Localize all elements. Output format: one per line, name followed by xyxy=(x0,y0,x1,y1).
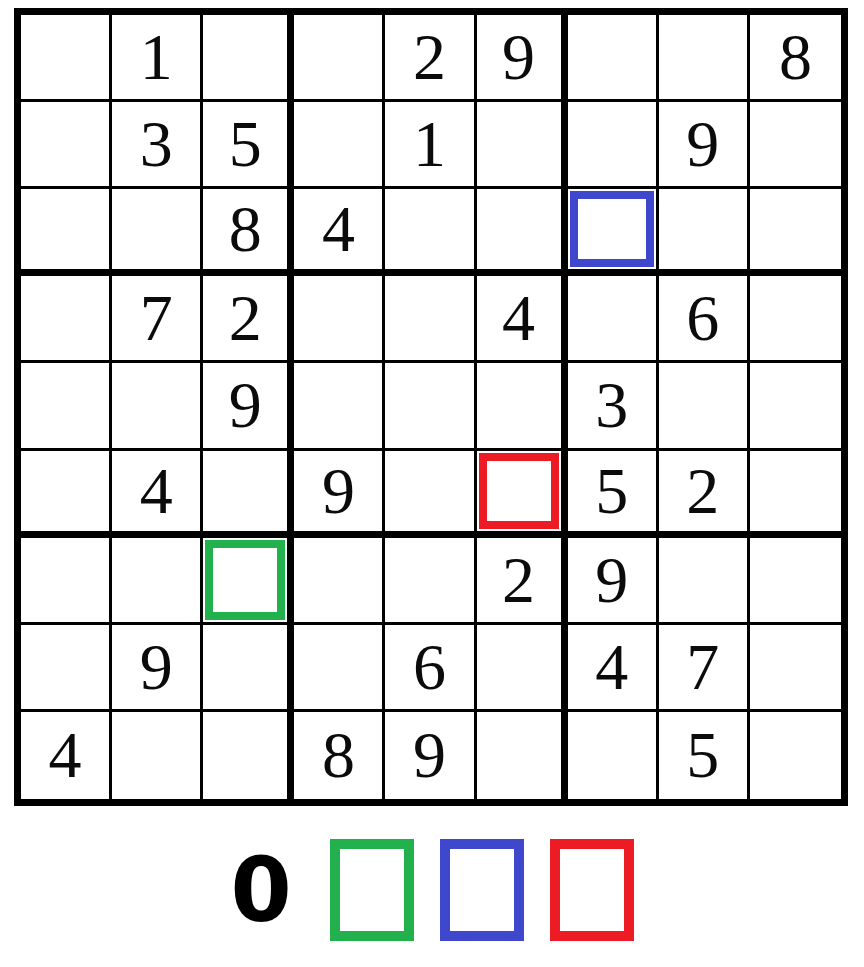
cell-r9c2[interactable] xyxy=(112,712,203,799)
cell-r8c6[interactable] xyxy=(477,625,568,712)
cell-r8c2: 9 xyxy=(112,625,203,712)
cell-r4c5[interactable] xyxy=(385,276,476,363)
cell-r8c5: 6 xyxy=(385,625,476,712)
cell-r7c8[interactable] xyxy=(659,538,750,625)
cell-r2c7[interactable] xyxy=(568,102,659,189)
cell-r5c4[interactable] xyxy=(294,363,385,450)
cell-r5c5[interactable] xyxy=(385,363,476,450)
counter-value: 0 xyxy=(230,845,291,935)
cell-r1c5: 2 xyxy=(385,15,476,102)
cell-r3c5[interactable] xyxy=(385,189,476,276)
cell-r9c8: 5 xyxy=(659,712,750,799)
cell-r7c9[interactable] xyxy=(750,538,841,625)
cell-r2c8: 9 xyxy=(659,102,750,189)
cell-r4c9[interactable] xyxy=(750,276,841,363)
cell-r9c6[interactable] xyxy=(477,712,568,799)
cell-r6c6[interactable] xyxy=(477,451,568,538)
cell-r1c6: 9 xyxy=(477,15,568,102)
cell-r5c1[interactable] xyxy=(21,363,112,450)
cell-r4c1[interactable] xyxy=(21,276,112,363)
cell-r4c2: 7 xyxy=(112,276,203,363)
cell-r1c2: 1 xyxy=(112,15,203,102)
cell-r7c1[interactable] xyxy=(21,538,112,625)
cell-r7c6: 2 xyxy=(477,538,568,625)
cell-r3c1[interactable] xyxy=(21,189,112,276)
cell-r6c1[interactable] xyxy=(21,451,112,538)
cell-r1c7[interactable] xyxy=(568,15,659,102)
cell-r2c6[interactable] xyxy=(477,102,568,189)
cell-r1c9: 8 xyxy=(750,15,841,102)
cell-r5c8[interactable] xyxy=(659,363,750,450)
cell-r7c2[interactable] xyxy=(112,538,203,625)
cell-r1c3[interactable] xyxy=(203,15,294,102)
cell-r3c4: 4 xyxy=(294,189,385,276)
cell-r9c5: 9 xyxy=(385,712,476,799)
cell-r9c7[interactable] xyxy=(568,712,659,799)
green-highlight-box[interactable] xyxy=(205,540,285,620)
cell-r5c9[interactable] xyxy=(750,363,841,450)
cell-r2c5: 1 xyxy=(385,102,476,189)
red-highlight-box[interactable] xyxy=(479,453,559,529)
cell-r2c4[interactable] xyxy=(294,102,385,189)
cell-r4c6: 4 xyxy=(477,276,568,363)
cell-r3c9[interactable] xyxy=(750,189,841,276)
cell-r7c7: 9 xyxy=(568,538,659,625)
cell-r2c3: 5 xyxy=(203,102,294,189)
red-swatch[interactable] xyxy=(550,839,634,941)
cell-r9c1: 4 xyxy=(21,712,112,799)
cell-r1c8[interactable] xyxy=(659,15,750,102)
cell-r7c3[interactable] xyxy=(203,538,294,625)
cell-r4c7[interactable] xyxy=(568,276,659,363)
cell-r8c4[interactable] xyxy=(294,625,385,712)
cell-r1c1[interactable] xyxy=(21,15,112,102)
cell-r6c3[interactable] xyxy=(203,451,294,538)
legend: 0 xyxy=(0,838,864,942)
cell-r2c2: 3 xyxy=(112,102,203,189)
cell-r5c3: 9 xyxy=(203,363,294,450)
cell-r3c7[interactable] xyxy=(568,189,659,276)
cell-r4c3: 2 xyxy=(203,276,294,363)
cell-r7c5[interactable] xyxy=(385,538,476,625)
cell-r3c2[interactable] xyxy=(112,189,203,276)
cell-r4c4[interactable] xyxy=(294,276,385,363)
cell-r9c9[interactable] xyxy=(750,712,841,799)
cell-r8c1[interactable] xyxy=(21,625,112,712)
cell-r3c3: 8 xyxy=(203,189,294,276)
cell-r6c2: 4 xyxy=(112,451,203,538)
blue-swatch[interactable] xyxy=(440,839,524,941)
cell-r2c9[interactable] xyxy=(750,102,841,189)
cell-r1c4[interactable] xyxy=(294,15,385,102)
cell-r3c8[interactable] xyxy=(659,189,750,276)
cell-r3c6[interactable] xyxy=(477,189,568,276)
cell-r6c8: 2 xyxy=(659,451,750,538)
cell-r8c7: 4 xyxy=(568,625,659,712)
cell-r5c6[interactable] xyxy=(477,363,568,450)
cell-r9c3[interactable] xyxy=(203,712,294,799)
cell-r4c8: 6 xyxy=(659,276,750,363)
cell-r8c3[interactable] xyxy=(203,625,294,712)
blue-highlight-box[interactable] xyxy=(570,191,654,267)
cell-r6c4: 9 xyxy=(294,451,385,538)
cell-r9c4: 8 xyxy=(294,712,385,799)
cell-r6c5[interactable] xyxy=(385,451,476,538)
swatch-row xyxy=(330,839,634,941)
cell-r2c1[interactable] xyxy=(21,102,112,189)
cell-r7c4[interactable] xyxy=(294,538,385,625)
cell-r5c2[interactable] xyxy=(112,363,203,450)
green-swatch[interactable] xyxy=(330,839,414,941)
cell-r6c7: 5 xyxy=(568,451,659,538)
cell-r8c8: 7 xyxy=(659,625,750,712)
cell-r8c9[interactable] xyxy=(750,625,841,712)
cell-r5c7: 3 xyxy=(568,363,659,450)
cell-r6c9[interactable] xyxy=(750,451,841,538)
sudoku-board: 129835198472469349522996474895 xyxy=(14,8,848,806)
